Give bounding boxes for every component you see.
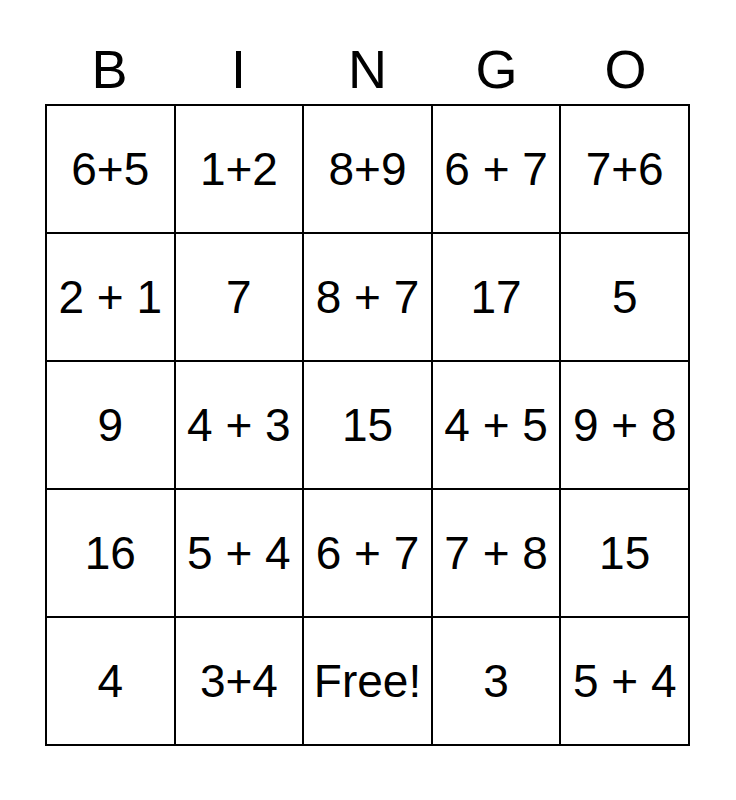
cell-i4[interactable]: 5 + 4 [175, 489, 304, 617]
cell-b1[interactable]: 6+5 [46, 105, 175, 233]
cell-i1[interactable]: 1+2 [175, 105, 304, 233]
cell-n5-free[interactable]: Free! [303, 617, 432, 745]
cell-g3[interactable]: 4 + 5 [432, 361, 561, 489]
cell-o4[interactable]: 15 [560, 489, 689, 617]
header-letter-n: N [303, 30, 432, 96]
cell-b4[interactable]: 16 [46, 489, 175, 617]
cell-b2[interactable]: 2 + 1 [46, 233, 175, 361]
cell-o1[interactable]: 7+6 [560, 105, 689, 233]
cell-n2[interactable]: 8 + 7 [303, 233, 432, 361]
header-letter-g: G [432, 30, 561, 96]
cell-i5[interactable]: 3+4 [175, 617, 304, 745]
cell-n1[interactable]: 8+9 [303, 105, 432, 233]
cell-g2[interactable]: 17 [432, 233, 561, 361]
cell-i2[interactable]: 7 [175, 233, 304, 361]
bingo-card: B I N G O 6+5 1+2 8+9 6 + 7 7+6 2 + 1 7 … [45, 30, 690, 746]
cell-b3[interactable]: 9 [46, 361, 175, 489]
cell-n4[interactable]: 6 + 7 [303, 489, 432, 617]
cell-i3[interactable]: 4 + 3 [175, 361, 304, 489]
cell-o3[interactable]: 9 + 8 [560, 361, 689, 489]
header-letter-b: B [45, 30, 174, 96]
cell-b5[interactable]: 4 [46, 617, 175, 745]
bingo-header: B I N G O [45, 30, 690, 96]
cell-n3[interactable]: 15 [303, 361, 432, 489]
header-letter-o: O [561, 30, 690, 96]
cell-o2[interactable]: 5 [560, 233, 689, 361]
cell-g1[interactable]: 6 + 7 [432, 105, 561, 233]
cell-g5[interactable]: 3 [432, 617, 561, 745]
bingo-grid: 6+5 1+2 8+9 6 + 7 7+6 2 + 1 7 8 + 7 17 5… [45, 104, 690, 746]
cell-g4[interactable]: 7 + 8 [432, 489, 561, 617]
header-letter-i: I [174, 30, 303, 96]
cell-o5[interactable]: 5 + 4 [560, 617, 689, 745]
